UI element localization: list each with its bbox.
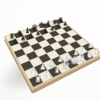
piece-white-rook: ♜: [91, 48, 100, 55]
chess-set-photo: ♜♞♝♛♚♝♞♜♟♟♟♟♟♟♟♟♟♟♟♟♟♟♟♟♜♞♝♛♚♝♞♜: [0, 0, 100, 100]
